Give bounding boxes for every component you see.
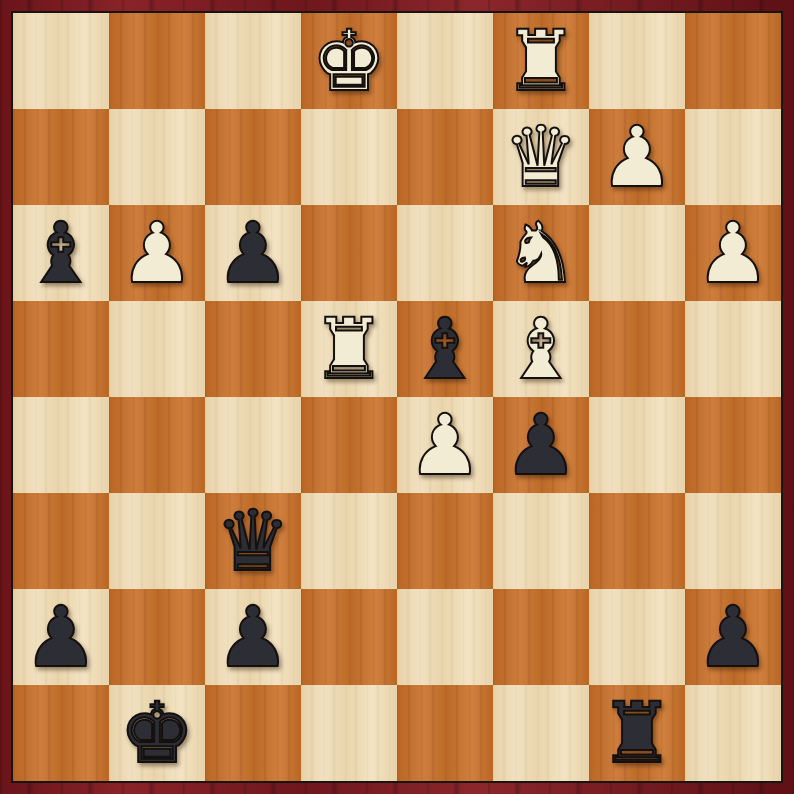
square-e4[interactable]: ♟ xyxy=(397,397,493,493)
square-h5[interactable] xyxy=(685,301,781,397)
white-queen-f7[interactable]: ♛ xyxy=(493,109,589,205)
square-g7[interactable]: ♟ xyxy=(589,109,685,205)
square-c8[interactable] xyxy=(205,13,301,109)
square-a8[interactable] xyxy=(13,13,109,109)
white-pawn-b6[interactable]: ♟ xyxy=(109,205,205,301)
square-e6[interactable] xyxy=(397,205,493,301)
square-e5[interactable]: ♝ xyxy=(397,301,493,397)
square-g1[interactable]: ♜ xyxy=(589,685,685,781)
square-f5[interactable]: ♝ xyxy=(493,301,589,397)
square-b8[interactable] xyxy=(109,13,205,109)
square-f1[interactable] xyxy=(493,685,589,781)
black-pawn-c6[interactable]: ♟ xyxy=(205,205,301,301)
black-pawn-f4[interactable]: ♟ xyxy=(493,397,589,493)
square-f7[interactable]: ♛ xyxy=(493,109,589,205)
square-h7[interactable] xyxy=(685,109,781,205)
square-f4[interactable]: ♟ xyxy=(493,397,589,493)
square-e1[interactable] xyxy=(397,685,493,781)
square-b7[interactable] xyxy=(109,109,205,205)
square-d3[interactable] xyxy=(301,493,397,589)
square-b2[interactable] xyxy=(109,589,205,685)
black-king-b1[interactable]: ♚ xyxy=(109,685,205,781)
square-a3[interactable] xyxy=(13,493,109,589)
square-b1[interactable]: ♚ xyxy=(109,685,205,781)
square-c6[interactable]: ♟ xyxy=(205,205,301,301)
square-f2[interactable] xyxy=(493,589,589,685)
square-a6[interactable]: ♝ xyxy=(13,205,109,301)
square-e3[interactable] xyxy=(397,493,493,589)
square-c7[interactable] xyxy=(205,109,301,205)
white-knight-f6[interactable]: ♞ xyxy=(493,205,589,301)
square-f8[interactable]: ♜ xyxy=(493,13,589,109)
square-d1[interactable] xyxy=(301,685,397,781)
square-h2[interactable]: ♟ xyxy=(685,589,781,685)
square-b4[interactable] xyxy=(109,397,205,493)
square-d5[interactable]: ♜ xyxy=(301,301,397,397)
white-rook-d5[interactable]: ♜ xyxy=(301,301,397,397)
white-bishop-f5[interactable]: ♝ xyxy=(493,301,589,397)
board-frame: ♚♜♛♟♝♟♟♞♟♜♝♝♟♟♛♟♟♟♚♜ xyxy=(0,0,794,794)
square-a7[interactable] xyxy=(13,109,109,205)
square-c5[interactable] xyxy=(205,301,301,397)
square-g2[interactable] xyxy=(589,589,685,685)
black-bishop-a6[interactable]: ♝ xyxy=(13,205,109,301)
square-c4[interactable] xyxy=(205,397,301,493)
square-f3[interactable] xyxy=(493,493,589,589)
square-h6[interactable]: ♟ xyxy=(685,205,781,301)
black-queen-c3[interactable]: ♛ xyxy=(205,493,301,589)
square-a2[interactable]: ♟ xyxy=(13,589,109,685)
square-e8[interactable] xyxy=(397,13,493,109)
square-h3[interactable] xyxy=(685,493,781,589)
black-bishop-e5[interactable]: ♝ xyxy=(397,301,493,397)
square-b6[interactable]: ♟ xyxy=(109,205,205,301)
square-e7[interactable] xyxy=(397,109,493,205)
white-pawn-g7[interactable]: ♟ xyxy=(589,109,685,205)
square-h1[interactable] xyxy=(685,685,781,781)
square-g5[interactable] xyxy=(589,301,685,397)
square-f6[interactable]: ♞ xyxy=(493,205,589,301)
square-h8[interactable] xyxy=(685,13,781,109)
square-a1[interactable] xyxy=(13,685,109,781)
square-h4[interactable] xyxy=(685,397,781,493)
chess-board: ♚♜♛♟♝♟♟♞♟♜♝♝♟♟♛♟♟♟♚♜ xyxy=(11,11,783,783)
white-rook-f8[interactable]: ♜ xyxy=(493,13,589,109)
black-pawn-c2[interactable]: ♟ xyxy=(205,589,301,685)
square-d6[interactable] xyxy=(301,205,397,301)
white-pawn-h6[interactable]: ♟ xyxy=(685,205,781,301)
black-pawn-a2[interactable]: ♟ xyxy=(13,589,109,685)
black-pawn-h2[interactable]: ♟ xyxy=(685,589,781,685)
square-g8[interactable] xyxy=(589,13,685,109)
square-g6[interactable] xyxy=(589,205,685,301)
square-e2[interactable] xyxy=(397,589,493,685)
square-d4[interactable] xyxy=(301,397,397,493)
square-d8[interactable]: ♚ xyxy=(301,13,397,109)
square-b3[interactable] xyxy=(109,493,205,589)
square-d7[interactable] xyxy=(301,109,397,205)
square-g4[interactable] xyxy=(589,397,685,493)
white-king-d8[interactable]: ♚ xyxy=(301,13,397,109)
square-a5[interactable] xyxy=(13,301,109,397)
square-c3[interactable]: ♛ xyxy=(205,493,301,589)
square-c2[interactable]: ♟ xyxy=(205,589,301,685)
square-g3[interactable] xyxy=(589,493,685,589)
square-c1[interactable] xyxy=(205,685,301,781)
square-b5[interactable] xyxy=(109,301,205,397)
black-rook-g1[interactable]: ♜ xyxy=(589,685,685,781)
square-d2[interactable] xyxy=(301,589,397,685)
white-pawn-e4[interactable]: ♟ xyxy=(397,397,493,493)
square-a4[interactable] xyxy=(13,397,109,493)
